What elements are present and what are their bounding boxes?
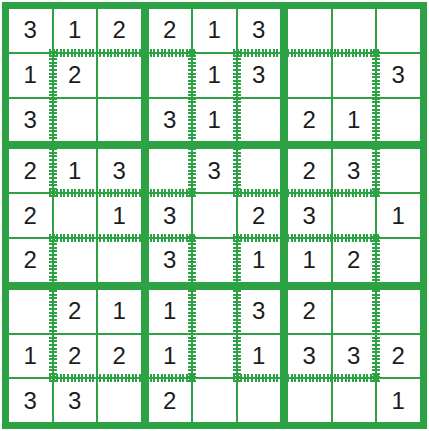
cell-r4c2: 1 — [54, 149, 97, 192]
cell-r1c8[interactable] — [333, 9, 376, 52]
cell-r6c8: 2 — [333, 239, 376, 282]
cell-r2c7[interactable] — [288, 54, 331, 97]
cell-r6c2[interactable] — [54, 239, 97, 282]
cell-r2c3[interactable] — [98, 54, 141, 97]
cell-r7c7: 2 — [288, 290, 331, 333]
cell-r1c6: 3 — [238, 9, 281, 52]
cell-r6c5[interactable] — [193, 239, 236, 282]
cell-r1c7[interactable] — [288, 9, 331, 52]
cell-r5c6: 2 — [238, 194, 281, 237]
cell-r9c5[interactable] — [193, 379, 236, 422]
cell-r9c8[interactable] — [333, 379, 376, 422]
cell-r8c1: 1 — [9, 335, 52, 378]
cell-r8c6: 1 — [238, 335, 281, 378]
cell-r7c4: 1 — [149, 290, 192, 333]
cell-r3c8: 1 — [333, 99, 376, 142]
cell-r9c2: 3 — [54, 379, 97, 422]
cell-r3c3[interactable] — [98, 99, 141, 142]
cell-r3c7: 2 — [288, 99, 331, 142]
cell-r8c3: 2 — [98, 335, 141, 378]
cell-r4c1: 2 — [9, 149, 52, 192]
cell-r5c4: 3 — [149, 194, 192, 237]
cell-r7c5[interactable] — [193, 290, 236, 333]
cell-r5c3: 1 — [98, 194, 141, 237]
cell-r6c1: 2 — [9, 239, 52, 282]
cell-r5c7: 3 — [288, 194, 331, 237]
cell-r4c6[interactable] — [238, 149, 281, 192]
cell-r1c3: 2 — [98, 9, 141, 52]
cell-r9c4: 2 — [149, 379, 192, 422]
cell-r7c1[interactable] — [9, 290, 52, 333]
cell-r9c6[interactable] — [238, 379, 281, 422]
cell-r7c8[interactable] — [333, 290, 376, 333]
cell-r6c9[interactable] — [377, 239, 420, 282]
cell-r1c9[interactable] — [377, 9, 420, 52]
cell-r4c3: 3 — [98, 149, 141, 192]
cell-r3c9[interactable] — [377, 99, 420, 142]
cell-r9c3[interactable] — [98, 379, 141, 422]
puzzle-board: 3122131213333121213323213231231122113212… — [2, 2, 427, 429]
cell-r2c5: 1 — [193, 54, 236, 97]
cell-r3c1: 3 — [9, 99, 52, 142]
cell-r9c1: 3 — [9, 379, 52, 422]
cell-r5c5[interactable] — [193, 194, 236, 237]
cell-r8c8: 3 — [333, 335, 376, 378]
cell-r5c1: 2 — [9, 194, 52, 237]
cell-r4c7: 2 — [288, 149, 331, 192]
cell-r4c5: 3 — [193, 149, 236, 192]
cell-r6c4: 3 — [149, 239, 192, 282]
cell-r6c6: 1 — [238, 239, 281, 282]
cell-r3c5: 1 — [193, 99, 236, 142]
cell-r2c2: 2 — [54, 54, 97, 97]
cell-r7c2: 2 — [54, 290, 97, 333]
cell-r2c9: 3 — [377, 54, 420, 97]
cell-r7c9[interactable] — [377, 290, 420, 333]
cell-r6c7: 1 — [288, 239, 331, 282]
cell-r1c4: 2 — [149, 9, 192, 52]
cell-r9c9: 1 — [377, 379, 420, 422]
cell-r8c9: 2 — [377, 335, 420, 378]
cell-r4c4[interactable] — [149, 149, 192, 192]
cell-r1c1: 3 — [9, 9, 52, 52]
cell-r3c4: 3 — [149, 99, 192, 142]
cell-r2c1: 1 — [9, 54, 52, 97]
cell-r7c3: 1 — [98, 290, 141, 333]
cell-r1c5: 1 — [193, 9, 236, 52]
cell-r4c9[interactable] — [377, 149, 420, 192]
cell-r2c8[interactable] — [333, 54, 376, 97]
cell-r8c4: 1 — [149, 335, 192, 378]
cell-r2c6: 3 — [238, 54, 281, 97]
cell-r5c8[interactable] — [333, 194, 376, 237]
cell-r8c7: 3 — [288, 335, 331, 378]
cell-r5c9: 1 — [377, 194, 420, 237]
cell-r3c2[interactable] — [54, 99, 97, 142]
cell-r7c6: 3 — [238, 290, 281, 333]
cell-r5c2[interactable] — [54, 194, 97, 237]
cell-r3c6[interactable] — [238, 99, 281, 142]
cell-r1c2: 1 — [54, 9, 97, 52]
cell-r8c2: 2 — [54, 335, 97, 378]
cell-r9c7[interactable] — [288, 379, 331, 422]
cell-r2c4[interactable] — [149, 54, 192, 97]
cell-r4c8: 3 — [333, 149, 376, 192]
cell-r8c5[interactable] — [193, 335, 236, 378]
cell-r6c3[interactable] — [98, 239, 141, 282]
